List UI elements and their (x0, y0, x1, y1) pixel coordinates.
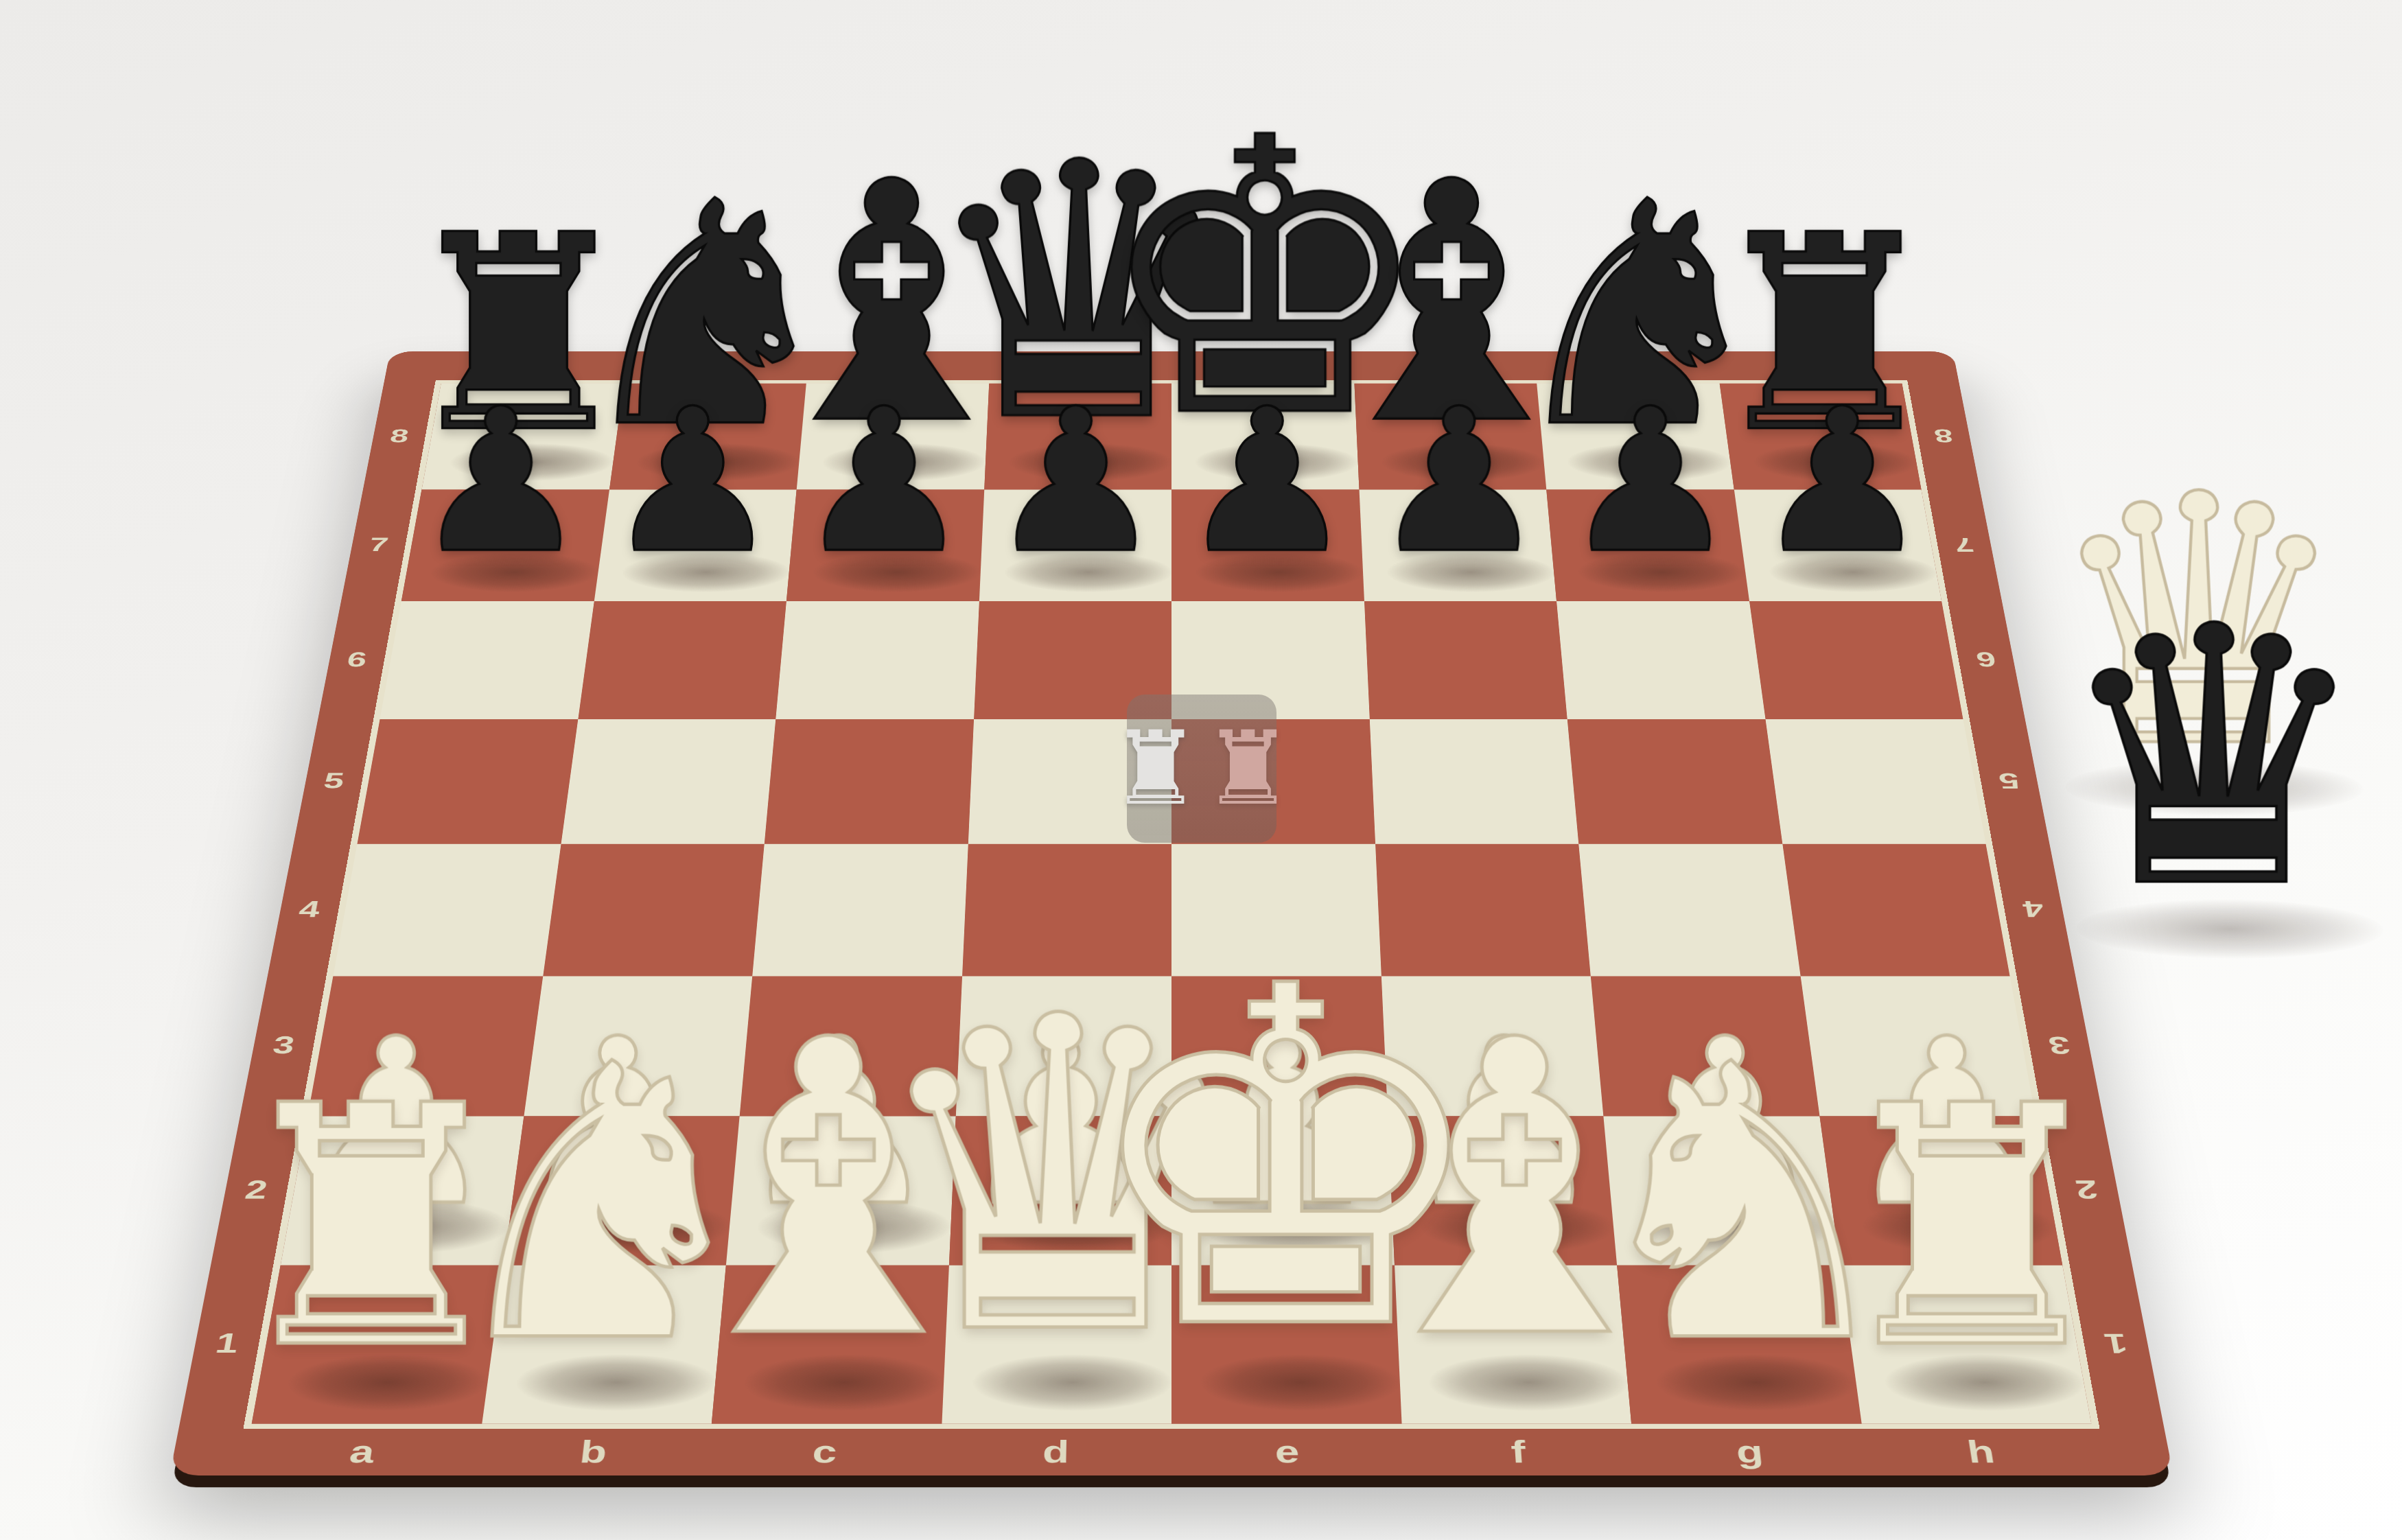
piece-black-p-b7: ♟ (604, 382, 782, 581)
piece-black-p-d7: ♟ (987, 382, 1165, 581)
square-h1: ♜ (1840, 1265, 2092, 1423)
watermark-rook-left-icon: ♜ (1110, 718, 1201, 819)
spare-black-queen: ♛ (2053, 581, 2372, 937)
watermark-panel: ♜ ♜ (1127, 695, 1276, 843)
piece-black-p-f7: ♟ (1370, 382, 1548, 581)
piece-black-p-h7: ♟ (1753, 382, 1931, 581)
piece-black-p-c7: ♟ (795, 382, 973, 581)
chess-board-mat: ♜♞♝♛♚♝♞♜♟♟♟♟♟♟♟♟♟♟♟♟♟♟♟♟♜♞♝♛♚♝♞♜ abcdefg… (170, 351, 2173, 1475)
piece-black-p-a7: ♟ (412, 382, 590, 581)
watermark-rook-right-icon: ♜ (1202, 718, 1294, 819)
piece-black-p-g7: ♟ (1561, 382, 1739, 581)
piece-black-p-e7: ♟ (1178, 382, 1356, 581)
